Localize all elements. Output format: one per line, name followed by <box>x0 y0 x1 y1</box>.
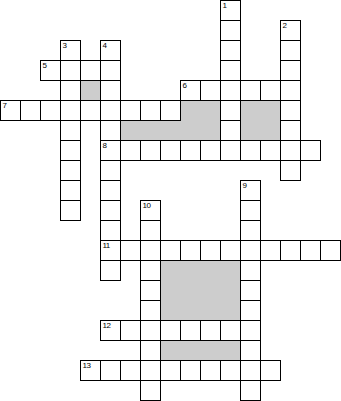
shaded-block <box>160 340 241 361</box>
cell-r16c7[interactable] <box>140 320 161 341</box>
cell-r10c7[interactable]: 10 <box>140 200 161 221</box>
cell-r19c12[interactable] <box>240 380 261 401</box>
cell-r16c12[interactable] <box>240 320 261 341</box>
cell-r9c5[interactable] <box>100 180 121 201</box>
cell-r18c7[interactable] <box>140 360 161 381</box>
cell-r12c6[interactable] <box>120 240 141 261</box>
cell-r7c8[interactable] <box>160 140 181 161</box>
cell-r11c5[interactable] <box>100 220 121 241</box>
cell-r7c13[interactable] <box>260 140 281 161</box>
cell-r5c7[interactable] <box>140 100 161 121</box>
cell-r7c9[interactable] <box>180 140 201 161</box>
cell-r4c13[interactable] <box>260 80 281 101</box>
clue-number-13: 13 <box>83 361 91 370</box>
cell-r6c5[interactable] <box>100 120 121 141</box>
cell-r4c12[interactable] <box>240 80 261 101</box>
cell-r12c15[interactable] <box>300 240 321 261</box>
cell-r2c14[interactable] <box>280 40 301 61</box>
cell-r2c3[interactable]: 3 <box>60 40 81 61</box>
cell-r18c13[interactable] <box>260 360 281 381</box>
clue-number-1: 1 <box>223 1 227 10</box>
cell-r10c3[interactable] <box>60 200 81 221</box>
cell-r13c7[interactable] <box>140 260 161 281</box>
clue-number-5: 5 <box>43 61 47 70</box>
cell-r3c3[interactable] <box>60 60 81 81</box>
cell-r18c11[interactable] <box>220 360 241 381</box>
cell-r9c3[interactable] <box>60 180 81 201</box>
clue-number-10: 10 <box>143 201 151 210</box>
cell-r19c7[interactable] <box>140 380 161 401</box>
clue-number-4: 4 <box>103 41 107 50</box>
cell-r16c11[interactable] <box>220 320 241 341</box>
cell-r18c8[interactable] <box>160 360 181 381</box>
cell-r13c5[interactable] <box>100 260 121 281</box>
clue-number-11: 11 <box>103 241 110 250</box>
cell-r5c14[interactable] <box>280 100 301 121</box>
cell-r2c11[interactable] <box>220 40 241 61</box>
cell-r15c7[interactable] <box>140 300 161 321</box>
cell-r16c8[interactable] <box>160 320 181 341</box>
clue-number-8: 8 <box>103 141 107 150</box>
cell-r7c3[interactable] <box>60 140 81 161</box>
cell-r18c10[interactable] <box>200 360 221 381</box>
clue-number-12: 12 <box>103 321 111 330</box>
cell-r14c7[interactable] <box>140 280 161 301</box>
cell-r6c14[interactable] <box>280 120 301 141</box>
cell-r11c12[interactable] <box>240 220 261 241</box>
cell-r7c15[interactable] <box>300 140 321 161</box>
cell-r16c6[interactable] <box>120 320 141 341</box>
shaded-block <box>80 80 101 101</box>
cell-r7c11[interactable] <box>220 140 241 161</box>
cell-r4c9[interactable]: 6 <box>180 80 201 101</box>
cell-r14c12[interactable] <box>240 280 261 301</box>
cell-r12c16[interactable] <box>320 240 341 261</box>
cell-r18c9[interactable] <box>180 360 201 381</box>
cell-r3c5[interactable] <box>100 60 121 81</box>
shaded-block <box>160 260 241 321</box>
cell-r2c5[interactable]: 4 <box>100 40 121 61</box>
cell-r5c6[interactable] <box>120 100 141 121</box>
cell-r7c6[interactable] <box>120 140 141 161</box>
cell-r9c12[interactable]: 9 <box>240 180 261 201</box>
cell-r10c12[interactable] <box>240 200 261 221</box>
cell-r12c5[interactable]: 11 <box>100 240 121 261</box>
cell-r13c12[interactable] <box>240 260 261 281</box>
cell-r5c8[interactable] <box>160 100 181 121</box>
cell-r4c10[interactable] <box>200 80 221 101</box>
cell-r17c12[interactable] <box>240 340 261 361</box>
cell-r6c3[interactable] <box>60 120 81 141</box>
cell-r10c5[interactable] <box>100 200 121 221</box>
cell-r3c11[interactable] <box>220 60 241 81</box>
cell-r7c12[interactable] <box>240 140 261 161</box>
cell-r5c4[interactable] <box>80 100 101 121</box>
cell-r15c12[interactable] <box>240 300 261 321</box>
clue-number-9: 9 <box>243 181 247 190</box>
shaded-block <box>240 100 281 141</box>
cell-r16c10[interactable] <box>200 320 221 341</box>
cell-r7c14[interactable] <box>280 140 301 161</box>
cell-r16c9[interactable] <box>180 320 201 341</box>
cell-r18c5[interactable] <box>100 360 121 381</box>
cell-r3c14[interactable] <box>280 60 301 81</box>
cell-r17c7[interactable] <box>140 340 161 361</box>
cell-r12c14[interactable] <box>280 240 301 261</box>
cell-r12c11[interactable] <box>220 240 241 261</box>
cell-r4c14[interactable] <box>280 80 301 101</box>
shaded-block <box>120 120 181 141</box>
cell-r7c5[interactable]: 8 <box>100 140 121 161</box>
crossword-board: 12345678910111213 <box>0 0 341 401</box>
cell-r11c7[interactable] <box>140 220 161 241</box>
cell-r18c4[interactable]: 13 <box>80 360 101 381</box>
cell-r16c5[interactable]: 12 <box>100 320 121 341</box>
cell-r12c9[interactable] <box>180 240 201 261</box>
shaded-block <box>180 100 221 141</box>
clue-number-3: 3 <box>63 41 67 50</box>
cell-r8c5[interactable] <box>100 160 121 181</box>
cell-r5c11[interactable] <box>220 100 241 121</box>
cell-r12c13[interactable] <box>260 240 281 261</box>
cell-r12c8[interactable] <box>160 240 181 261</box>
cell-r4c5[interactable] <box>100 80 121 101</box>
cell-r5c1[interactable] <box>20 100 41 121</box>
cell-r3c4[interactable] <box>80 60 101 81</box>
clue-number-2: 2 <box>283 21 287 30</box>
cell-r8c3[interactable] <box>60 160 81 181</box>
cell-r4c3[interactable] <box>60 80 81 101</box>
cell-r1c11[interactable] <box>220 20 241 41</box>
cell-r7c10[interactable] <box>200 140 221 161</box>
cell-r12c7[interactable] <box>140 240 161 261</box>
cell-r18c6[interactable] <box>120 360 141 381</box>
cell-r1c14[interactable]: 2 <box>280 20 301 41</box>
cell-r0c11[interactable]: 1 <box>220 0 241 21</box>
cell-r12c10[interactable] <box>200 240 221 261</box>
cell-r12c12[interactable] <box>240 240 261 261</box>
cell-r5c3[interactable] <box>60 100 81 121</box>
clue-number-7: 7 <box>3 101 7 110</box>
cell-r6c11[interactable] <box>220 120 241 141</box>
cell-r18c12[interactable] <box>240 360 261 381</box>
cell-r8c14[interactable] <box>280 160 301 181</box>
cell-r3c2[interactable]: 5 <box>40 60 61 81</box>
cell-r4c11[interactable] <box>220 80 241 101</box>
cell-r5c0[interactable]: 7 <box>0 100 21 121</box>
cell-r5c5[interactable] <box>100 100 121 121</box>
cell-r7c7[interactable] <box>140 140 161 161</box>
clue-number-6: 6 <box>183 81 187 90</box>
cell-r5c2[interactable] <box>40 100 61 121</box>
